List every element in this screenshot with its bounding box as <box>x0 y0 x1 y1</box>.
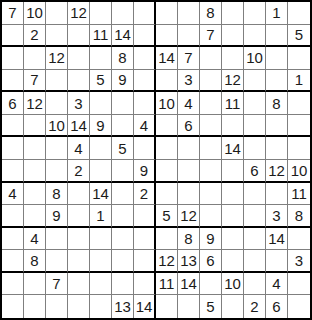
cell-r11c8[interactable] <box>156 228 178 251</box>
cell-r2c7[interactable] <box>134 25 156 48</box>
cell-r11c13[interactable]: 14 <box>266 228 288 251</box>
cell-r13c10[interactable] <box>200 273 222 296</box>
cell-r12c8[interactable]: 12 <box>156 250 178 273</box>
cell-r4c6[interactable]: 9 <box>112 70 134 93</box>
cell-r11c3[interactable] <box>46 228 68 251</box>
cell-r13c2[interactable] <box>24 273 46 296</box>
cell-r7c9[interactable] <box>178 137 200 160</box>
cell-r7c1[interactable] <box>2 137 24 160</box>
cell-r3c14[interactable] <box>288 47 310 70</box>
cell-r12c9[interactable]: 13 <box>178 250 200 273</box>
cell-r13c6[interactable] <box>112 273 134 296</box>
cell-r10c10[interactable] <box>200 205 222 228</box>
cell-r9c13[interactable] <box>266 183 288 206</box>
cell-r2c3[interactable] <box>46 25 68 48</box>
cell-r4c12[interactable] <box>244 70 266 93</box>
cell-r12c5[interactable] <box>90 250 112 273</box>
cell-r8c12[interactable]: 6 <box>244 160 266 183</box>
cell-r8c14[interactable]: 10 <box>288 160 310 183</box>
cell-r2c12[interactable] <box>244 25 266 48</box>
cell-r10c5[interactable]: 1 <box>90 205 112 228</box>
cell-r3c4[interactable] <box>68 47 90 70</box>
cell-r6c5[interactable]: 9 <box>90 115 112 138</box>
cell-r4c4[interactable] <box>68 70 90 93</box>
cell-r7c14[interactable] <box>288 137 310 160</box>
cell-r9c5[interactable]: 14 <box>90 183 112 206</box>
cell-r7c6[interactable]: 5 <box>112 137 134 160</box>
cell-r9c2[interactable] <box>24 183 46 206</box>
cell-r1c13[interactable]: 1 <box>266 2 288 25</box>
cell-r6c14[interactable] <box>288 115 310 138</box>
cell-r3c11[interactable] <box>222 47 244 70</box>
cell-r3c13[interactable] <box>266 47 288 70</box>
cell-r9c10[interactable] <box>200 183 222 206</box>
cell-r11c2[interactable]: 4 <box>24 228 46 251</box>
cell-r2c1[interactable] <box>2 25 24 48</box>
cell-r7c5[interactable] <box>90 137 112 160</box>
cell-r6c10[interactable] <box>200 115 222 138</box>
cell-r1c1[interactable]: 7 <box>2 2 24 25</box>
cell-r6c13[interactable] <box>266 115 288 138</box>
cell-r4c8[interactable] <box>156 70 178 93</box>
cell-r4c13[interactable] <box>266 70 288 93</box>
cell-r12c1[interactable] <box>2 250 24 273</box>
cell-r11c11[interactable] <box>222 228 244 251</box>
cell-r14c1[interactable] <box>2 295 24 318</box>
cell-r12c12[interactable] <box>244 250 266 273</box>
cell-r8c2[interactable] <box>24 160 46 183</box>
cell-r3c10[interactable] <box>200 47 222 70</box>
cell-r4c11[interactable]: 12 <box>222 70 244 93</box>
cell-r7c11[interactable]: 14 <box>222 137 244 160</box>
cell-r9c9[interactable] <box>178 183 200 206</box>
cell-r8c7[interactable]: 9 <box>134 160 156 183</box>
cell-r5c9[interactable]: 4 <box>178 92 200 115</box>
cell-r4c1[interactable] <box>2 70 24 93</box>
cell-r5c2[interactable]: 12 <box>24 92 46 115</box>
cell-r14c10[interactable]: 5 <box>200 295 222 318</box>
cell-r6c11[interactable] <box>222 115 244 138</box>
cell-r1c2[interactable]: 10 <box>24 2 46 25</box>
cell-r12c10[interactable]: 6 <box>200 250 222 273</box>
cell-r13c4[interactable] <box>68 273 90 296</box>
cell-r5c10[interactable] <box>200 92 222 115</box>
cell-r8c8[interactable] <box>156 160 178 183</box>
cell-r2c9[interactable] <box>178 25 200 48</box>
cell-r2c14[interactable]: 5 <box>288 25 310 48</box>
cell-r4c10[interactable] <box>200 70 222 93</box>
cell-r14c13[interactable]: 6 <box>266 295 288 318</box>
cell-r1c11[interactable] <box>222 2 244 25</box>
cell-r5c14[interactable] <box>288 92 310 115</box>
cell-r1c5[interactable] <box>90 2 112 25</box>
cell-r14c11[interactable] <box>222 295 244 318</box>
cell-r1c12[interactable] <box>244 2 266 25</box>
cell-r12c4[interactable] <box>68 250 90 273</box>
cell-r9c6[interactable] <box>112 183 134 206</box>
cell-r3c8[interactable]: 14 <box>156 47 178 70</box>
cell-r14c14[interactable] <box>288 295 310 318</box>
cell-r10c3[interactable]: 9 <box>46 205 68 228</box>
cell-r5c13[interactable]: 8 <box>266 92 288 115</box>
cell-r6c4[interactable]: 14 <box>68 115 90 138</box>
cell-r14c3[interactable] <box>46 295 68 318</box>
cell-r9c3[interactable]: 8 <box>46 183 68 206</box>
cell-r8c4[interactable]: 2 <box>68 160 90 183</box>
cell-r10c9[interactable]: 12 <box>178 205 200 228</box>
cell-r9c4[interactable] <box>68 183 90 206</box>
cell-r10c7[interactable] <box>134 205 156 228</box>
cell-r8c11[interactable] <box>222 160 244 183</box>
cell-r6c7[interactable]: 4 <box>134 115 156 138</box>
cell-r14c6[interactable]: 13 <box>112 295 134 318</box>
cell-r4c9[interactable]: 3 <box>178 70 200 93</box>
cell-r11c5[interactable] <box>90 228 112 251</box>
cell-r6c1[interactable] <box>2 115 24 138</box>
cell-r13c13[interactable]: 4 <box>266 273 288 296</box>
cell-r13c3[interactable]: 7 <box>46 273 68 296</box>
cell-r1c8[interactable] <box>156 2 178 25</box>
cell-r14c5[interactable] <box>90 295 112 318</box>
cell-r8c3[interactable] <box>46 160 68 183</box>
cell-r5c12[interactable] <box>244 92 266 115</box>
cell-r3c5[interactable] <box>90 47 112 70</box>
cell-r7c10[interactable] <box>200 137 222 160</box>
cell-r9c14[interactable]: 11 <box>288 183 310 206</box>
cell-r10c8[interactable]: 5 <box>156 205 178 228</box>
cell-r2c13[interactable] <box>266 25 288 48</box>
cell-r9c11[interactable] <box>222 183 244 206</box>
cell-r4c7[interactable] <box>134 70 156 93</box>
cell-r3c3[interactable]: 12 <box>46 47 68 70</box>
cell-r7c2[interactable] <box>24 137 46 160</box>
cell-r3c1[interactable] <box>2 47 24 70</box>
cell-r10c6[interactable] <box>112 205 134 228</box>
cell-r9c1[interactable]: 4 <box>2 183 24 206</box>
cell-r14c9[interactable] <box>178 295 200 318</box>
cell-r1c9[interactable] <box>178 2 200 25</box>
cell-r8c6[interactable] <box>112 160 134 183</box>
cell-r14c4[interactable] <box>68 295 90 318</box>
cell-r11c12[interactable] <box>244 228 266 251</box>
cell-r3c6[interactable]: 8 <box>112 47 134 70</box>
cell-r4c3[interactable] <box>46 70 68 93</box>
cell-r1c3[interactable] <box>46 2 68 25</box>
cell-r10c13[interactable]: 3 <box>266 205 288 228</box>
cell-r8c9[interactable] <box>178 160 200 183</box>
cell-r14c7[interactable]: 14 <box>134 295 156 318</box>
cell-r13c12[interactable] <box>244 273 266 296</box>
cell-r7c8[interactable] <box>156 137 178 160</box>
cell-r13c11[interactable]: 10 <box>222 273 244 296</box>
cell-r6c12[interactable] <box>244 115 266 138</box>
cell-r12c14[interactable]: 3 <box>288 250 310 273</box>
cell-r1c7[interactable] <box>134 2 156 25</box>
cell-r3c12[interactable]: 10 <box>244 47 266 70</box>
cell-r13c9[interactable]: 14 <box>178 273 200 296</box>
cell-r2c4[interactable] <box>68 25 90 48</box>
cell-r3c9[interactable]: 7 <box>178 47 200 70</box>
cell-r11c10[interactable]: 9 <box>200 228 222 251</box>
cell-r11c9[interactable]: 8 <box>178 228 200 251</box>
cell-r13c7[interactable] <box>134 273 156 296</box>
cell-r3c2[interactable] <box>24 47 46 70</box>
cell-r14c12[interactable]: 2 <box>244 295 266 318</box>
cell-r2c5[interactable]: 11 <box>90 25 112 48</box>
cell-r5c6[interactable] <box>112 92 134 115</box>
cell-r5c8[interactable]: 10 <box>156 92 178 115</box>
cell-r7c12[interactable] <box>244 137 266 160</box>
cell-r12c13[interactable] <box>266 250 288 273</box>
cell-r1c14[interactable] <box>288 2 310 25</box>
cell-r2c11[interactable] <box>222 25 244 48</box>
cell-r8c13[interactable]: 12 <box>266 160 288 183</box>
cell-r12c11[interactable] <box>222 250 244 273</box>
cell-r5c4[interactable]: 3 <box>68 92 90 115</box>
cell-r6c3[interactable]: 10 <box>46 115 68 138</box>
cell-r7c3[interactable] <box>46 137 68 160</box>
cell-r1c6[interactable] <box>112 2 134 25</box>
cell-r11c14[interactable] <box>288 228 310 251</box>
cell-r2c6[interactable]: 14 <box>112 25 134 48</box>
cell-r8c5[interactable] <box>90 160 112 183</box>
cell-r13c14[interactable] <box>288 273 310 296</box>
cell-r2c2[interactable]: 2 <box>24 25 46 48</box>
cell-r11c7[interactable] <box>134 228 156 251</box>
cell-r10c14[interactable]: 8 <box>288 205 310 228</box>
cell-r2c8[interactable] <box>156 25 178 48</box>
cell-r1c4[interactable]: 12 <box>68 2 90 25</box>
cell-r7c13[interactable] <box>266 137 288 160</box>
cell-r6c2[interactable] <box>24 115 46 138</box>
cell-r7c4[interactable]: 4 <box>68 137 90 160</box>
cell-r1c10[interactable]: 8 <box>200 2 222 25</box>
cell-r6c6[interactable] <box>112 115 134 138</box>
cell-r3c7[interactable] <box>134 47 156 70</box>
cell-r11c4[interactable] <box>68 228 90 251</box>
cell-r13c8[interactable]: 11 <box>156 273 178 296</box>
cell-r12c3[interactable] <box>46 250 68 273</box>
cell-r9c8[interactable] <box>156 183 178 206</box>
cell-r10c12[interactable] <box>244 205 266 228</box>
cell-r10c11[interactable] <box>222 205 244 228</box>
cell-r5c3[interactable] <box>46 92 68 115</box>
cell-r5c5[interactable] <box>90 92 112 115</box>
cell-r12c2[interactable]: 8 <box>24 250 46 273</box>
cell-r10c4[interactable] <box>68 205 90 228</box>
sudoku-board: 7101281211147512814710759312161231041181… <box>0 0 312 320</box>
cell-r10c2[interactable] <box>24 205 46 228</box>
cell-r4c2[interactable]: 7 <box>24 70 46 93</box>
cell-r8c10[interactable] <box>200 160 222 183</box>
cell-r12c7[interactable] <box>134 250 156 273</box>
cell-r5c1[interactable]: 6 <box>2 92 24 115</box>
cell-r14c2[interactable] <box>24 295 46 318</box>
cell-r14c8[interactable] <box>156 295 178 318</box>
cell-r11c6[interactable] <box>112 228 134 251</box>
cell-r13c1[interactable] <box>2 273 24 296</box>
cell-r5c11[interactable]: 11 <box>222 92 244 115</box>
cell-r13c5[interactable] <box>90 273 112 296</box>
cell-r10c1[interactable] <box>2 205 24 228</box>
cell-r4c5[interactable]: 5 <box>90 70 112 93</box>
cell-r11c1[interactable] <box>2 228 24 251</box>
cell-r9c12[interactable] <box>244 183 266 206</box>
cell-r9c7[interactable]: 2 <box>134 183 156 206</box>
cell-r5c7[interactable] <box>134 92 156 115</box>
cell-r6c8[interactable] <box>156 115 178 138</box>
cell-r8c1[interactable] <box>2 160 24 183</box>
sudoku-puzzle: 7101281211147512814710759312161231041181… <box>0 0 312 320</box>
cell-r7c7[interactable] <box>134 137 156 160</box>
cell-r12c6[interactable] <box>112 250 134 273</box>
cell-r2c10[interactable]: 7 <box>200 25 222 48</box>
cell-r6c9[interactable]: 6 <box>178 115 200 138</box>
cell-r4c14[interactable]: 1 <box>288 70 310 93</box>
